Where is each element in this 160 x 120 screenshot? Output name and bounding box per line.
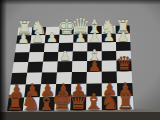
square-g5[interactable] [27,62,43,73]
white-pawn-g2[interactable]: ♟ [32,30,44,45]
white-pawn-a2[interactable]: ♟ [117,29,129,44]
brown-rook-a8[interactable]: ♜ [116,90,134,114]
white-pawn-e4[interactable]: ♟ [59,48,70,63]
brown-pawn-c5[interactable]: ♟ [88,57,101,74]
square-g4[interactable] [28,52,44,62]
square-d5[interactable] [72,61,87,72]
square-f4[interactable] [43,52,58,62]
square-b5[interactable] [102,61,117,72]
square-f5[interactable] [42,62,58,73]
video-frame: ♜♞♚♛♝♞♜♟♟♟♟♟♟♟♟♝♟♛♟♟♟♟♟♟♟♜♞♝♚♛♝♞♜ [0,0,160,120]
white-pawn-c2[interactable]: ♟ [89,30,101,45]
square-h5[interactable] [12,62,28,73]
white-pawn-d2[interactable]: ♟ [74,30,86,45]
white-pawn-h2[interactable]: ♟ [17,31,29,46]
brown-queen-a5[interactable]: ♛ [116,52,133,74]
white-pawn-f2[interactable]: ♟ [46,30,58,45]
square-b4[interactable] [102,51,117,61]
square-d4[interactable] [72,51,87,61]
chess-scene: ♜♞♚♛♝♞♜♟♟♟♟♟♟♟♟♝♟♛♟♟♟♟♟♟♟♜♞♝♚♛♝♞♜ [0,0,160,120]
frame-edge-top [0,0,160,5]
square-h4[interactable] [14,52,30,62]
white-pawn-b2[interactable]: ♟ [103,29,115,44]
